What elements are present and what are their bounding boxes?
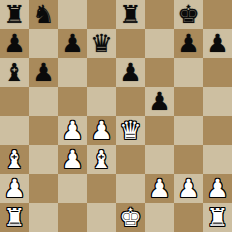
- square-d4[interactable]: ♟: [87, 116, 116, 145]
- square-a5[interactable]: [0, 87, 29, 116]
- square-c8[interactable]: [58, 0, 87, 29]
- square-g8[interactable]: ♚: [174, 0, 203, 29]
- black-pawn[interactable]: ♟: [206, 29, 228, 58]
- black-king[interactable]: ♚: [177, 0, 199, 29]
- black-bishop[interactable]: ♝: [3, 58, 25, 87]
- square-g1[interactable]: [174, 203, 203, 232]
- square-a1[interactable]: ♜: [0, 203, 29, 232]
- square-a4[interactable]: [0, 116, 29, 145]
- white-king[interactable]: ♚: [119, 203, 141, 232]
- square-e8[interactable]: ♜: [116, 0, 145, 29]
- square-c4[interactable]: ♟: [58, 116, 87, 145]
- square-c6[interactable]: [58, 58, 87, 87]
- square-g7[interactable]: ♟: [174, 29, 203, 58]
- black-queen[interactable]: ♛: [90, 29, 112, 58]
- square-f1[interactable]: [145, 203, 174, 232]
- square-h1[interactable]: ♜: [203, 203, 232, 232]
- square-d2[interactable]: [87, 174, 116, 203]
- square-a2[interactable]: ♟: [0, 174, 29, 203]
- square-e5[interactable]: [116, 87, 145, 116]
- square-a7[interactable]: ♟: [0, 29, 29, 58]
- square-e3[interactable]: [116, 145, 145, 174]
- square-a6[interactable]: ♝: [0, 58, 29, 87]
- black-pawn[interactable]: ♟: [119, 58, 141, 87]
- square-f6[interactable]: [145, 58, 174, 87]
- white-rook[interactable]: ♜: [3, 203, 25, 232]
- square-b3[interactable]: [29, 145, 58, 174]
- square-e2[interactable]: [116, 174, 145, 203]
- square-d6[interactable]: [87, 58, 116, 87]
- black-rook[interactable]: ♜: [119, 0, 141, 29]
- square-g3[interactable]: [174, 145, 203, 174]
- square-g5[interactable]: [174, 87, 203, 116]
- black-pawn[interactable]: ♟: [3, 29, 25, 58]
- square-d7[interactable]: ♛: [87, 29, 116, 58]
- square-f7[interactable]: [145, 29, 174, 58]
- white-pawn[interactable]: ♟: [206, 174, 228, 203]
- square-b5[interactable]: [29, 87, 58, 116]
- square-h8[interactable]: [203, 0, 232, 29]
- white-rook[interactable]: ♜: [206, 203, 228, 232]
- black-pawn[interactable]: ♟: [61, 29, 83, 58]
- white-queen[interactable]: ♛: [119, 116, 141, 145]
- square-f5[interactable]: ♟: [145, 87, 174, 116]
- square-h2[interactable]: ♟: [203, 174, 232, 203]
- square-h6[interactable]: [203, 58, 232, 87]
- black-pawn[interactable]: ♟: [148, 87, 170, 116]
- square-f3[interactable]: [145, 145, 174, 174]
- square-b4[interactable]: [29, 116, 58, 145]
- square-g4[interactable]: [174, 116, 203, 145]
- chess-board: ♜♞♜♚♟♟♛♟♟♝♟♟♟♟♟♛♝♟♝♟♟♟♟♜♚♜: [0, 0, 232, 232]
- square-g6[interactable]: [174, 58, 203, 87]
- white-pawn[interactable]: ♟: [148, 174, 170, 203]
- square-a3[interactable]: ♝: [0, 145, 29, 174]
- square-c3[interactable]: ♟: [58, 145, 87, 174]
- black-knight[interactable]: ♞: [32, 0, 54, 29]
- square-a8[interactable]: ♜: [0, 0, 29, 29]
- square-h5[interactable]: [203, 87, 232, 116]
- square-h7[interactable]: ♟: [203, 29, 232, 58]
- white-pawn[interactable]: ♟: [61, 145, 83, 174]
- square-c5[interactable]: [58, 87, 87, 116]
- square-e1[interactable]: ♚: [116, 203, 145, 232]
- square-c2[interactable]: [58, 174, 87, 203]
- square-d1[interactable]: [87, 203, 116, 232]
- white-bishop[interactable]: ♝: [90, 145, 112, 174]
- square-g2[interactable]: ♟: [174, 174, 203, 203]
- square-b2[interactable]: [29, 174, 58, 203]
- black-pawn[interactable]: ♟: [32, 58, 54, 87]
- square-f4[interactable]: [145, 116, 174, 145]
- white-bishop[interactable]: ♝: [3, 145, 25, 174]
- square-h3[interactable]: [203, 145, 232, 174]
- white-pawn[interactable]: ♟: [3, 174, 25, 203]
- white-pawn[interactable]: ♟: [177, 174, 199, 203]
- square-d5[interactable]: [87, 87, 116, 116]
- square-e7[interactable]: [116, 29, 145, 58]
- white-pawn[interactable]: ♟: [90, 116, 112, 145]
- square-e6[interactable]: ♟: [116, 58, 145, 87]
- black-pawn[interactable]: ♟: [177, 29, 199, 58]
- square-d8[interactable]: [87, 0, 116, 29]
- square-f2[interactable]: ♟: [145, 174, 174, 203]
- black-rook[interactable]: ♜: [3, 0, 25, 29]
- square-h4[interactable]: [203, 116, 232, 145]
- square-c1[interactable]: [58, 203, 87, 232]
- square-f8[interactable]: [145, 0, 174, 29]
- square-d3[interactable]: ♝: [87, 145, 116, 174]
- square-b6[interactable]: ♟: [29, 58, 58, 87]
- square-e4[interactable]: ♛: [116, 116, 145, 145]
- square-b8[interactable]: ♞: [29, 0, 58, 29]
- square-b1[interactable]: [29, 203, 58, 232]
- white-pawn[interactable]: ♟: [61, 116, 83, 145]
- square-b7[interactable]: [29, 29, 58, 58]
- square-c7[interactable]: ♟: [58, 29, 87, 58]
